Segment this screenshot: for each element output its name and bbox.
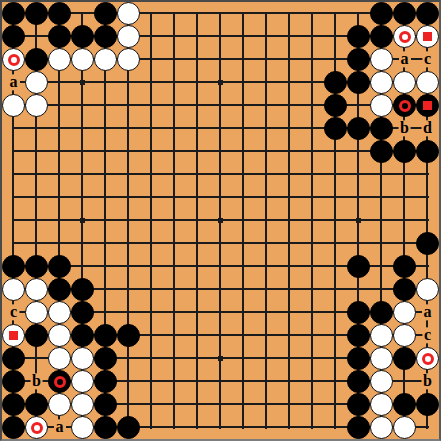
intersection-18-12[interactable]: [393, 255, 416, 278]
intersection-7-13[interactable]: [140, 278, 163, 301]
intersection-11-4[interactable]: [232, 71, 255, 94]
intersection-14-14[interactable]: [301, 301, 324, 324]
intersection-13-12[interactable]: [278, 255, 301, 278]
intersection-8-6[interactable]: [163, 117, 186, 140]
intersection-2-2[interactable]: [25, 25, 48, 48]
intersection-19-17[interactable]: b: [416, 370, 439, 393]
intersection-15-16[interactable]: [324, 347, 347, 370]
intersection-17-8[interactable]: [370, 163, 393, 186]
intersection-1-17[interactable]: [2, 370, 25, 393]
intersection-16-19[interactable]: [347, 416, 370, 439]
intersection-6-10[interactable]: [117, 209, 140, 232]
intersection-16-2[interactable]: [347, 25, 370, 48]
intersection-14-6[interactable]: [301, 117, 324, 140]
intersection-14-2[interactable]: [301, 25, 324, 48]
intersection-7-19[interactable]: [140, 416, 163, 439]
intersection-4-2[interactable]: [71, 25, 94, 48]
intersection-16-9[interactable]: [347, 186, 370, 209]
intersection-11-3[interactable]: [232, 48, 255, 71]
intersection-17-14[interactable]: [370, 301, 393, 324]
intersection-17-6[interactable]: [370, 117, 393, 140]
intersection-16-10[interactable]: [347, 209, 370, 232]
intersection-13-13[interactable]: [278, 278, 301, 301]
intersection-7-14[interactable]: [140, 301, 163, 324]
intersection-8-10[interactable]: [163, 209, 186, 232]
intersection-14-16[interactable]: [301, 347, 324, 370]
intersection-10-16[interactable]: [209, 347, 232, 370]
intersection-17-18[interactable]: [370, 393, 393, 416]
intersection-15-18[interactable]: [324, 393, 347, 416]
intersection-2-6[interactable]: [25, 117, 48, 140]
intersection-7-9[interactable]: [140, 186, 163, 209]
intersection-17-3[interactable]: [370, 48, 393, 71]
intersection-15-15[interactable]: [324, 324, 347, 347]
intersection-5-1[interactable]: [94, 2, 117, 25]
intersection-2-10[interactable]: [25, 209, 48, 232]
intersection-14-12[interactable]: [301, 255, 324, 278]
intersection-16-7[interactable]: [347, 140, 370, 163]
intersection-11-8[interactable]: [232, 163, 255, 186]
intersection-3-10[interactable]: [48, 209, 71, 232]
intersection-18-19[interactable]: [393, 416, 416, 439]
intersection-4-17[interactable]: [71, 370, 94, 393]
intersection-9-14[interactable]: [186, 301, 209, 324]
intersection-2-5[interactable]: [25, 94, 48, 117]
intersection-14-1[interactable]: [301, 2, 324, 25]
intersection-9-3[interactable]: [186, 48, 209, 71]
intersection-16-17[interactable]: [347, 370, 370, 393]
intersection-7-7[interactable]: [140, 140, 163, 163]
intersection-8-13[interactable]: [163, 278, 186, 301]
intersection-14-10[interactable]: [301, 209, 324, 232]
intersection-15-3[interactable]: [324, 48, 347, 71]
intersection-4-8[interactable]: [71, 163, 94, 186]
intersection-9-7[interactable]: [186, 140, 209, 163]
intersection-9-16[interactable]: [186, 347, 209, 370]
intersection-18-3[interactable]: a: [393, 48, 416, 71]
intersection-10-10[interactable]: [209, 209, 232, 232]
intersection-14-8[interactable]: [301, 163, 324, 186]
intersection-12-9[interactable]: [255, 186, 278, 209]
intersection-9-4[interactable]: [186, 71, 209, 94]
intersection-8-3[interactable]: [163, 48, 186, 71]
intersection-16-1[interactable]: [347, 2, 370, 25]
intersection-4-11[interactable]: [71, 232, 94, 255]
intersection-9-1[interactable]: [186, 2, 209, 25]
intersection-16-15[interactable]: [347, 324, 370, 347]
intersection-11-19[interactable]: [232, 416, 255, 439]
intersection-15-2[interactable]: [324, 25, 347, 48]
intersection-9-19[interactable]: [186, 416, 209, 439]
intersection-18-10[interactable]: [393, 209, 416, 232]
intersection-10-18[interactable]: [209, 393, 232, 416]
intersection-12-4[interactable]: [255, 71, 278, 94]
intersection-15-12[interactable]: [324, 255, 347, 278]
intersection-12-1[interactable]: [255, 2, 278, 25]
intersection-1-2[interactable]: [2, 25, 25, 48]
intersection-9-15[interactable]: [186, 324, 209, 347]
intersection-7-10[interactable]: [140, 209, 163, 232]
intersection-12-14[interactable]: [255, 301, 278, 324]
intersection-6-1[interactable]: [117, 2, 140, 25]
intersection-2-11[interactable]: [25, 232, 48, 255]
intersection-3-8[interactable]: [48, 163, 71, 186]
intersection-14-13[interactable]: [301, 278, 324, 301]
intersection-9-11[interactable]: [186, 232, 209, 255]
intersection-12-3[interactable]: [255, 48, 278, 71]
intersection-11-10[interactable]: [232, 209, 255, 232]
intersection-13-18[interactable]: [278, 393, 301, 416]
intersection-18-15[interactable]: [393, 324, 416, 347]
intersection-2-4[interactable]: [25, 71, 48, 94]
intersection-19-16[interactable]: [416, 347, 439, 370]
intersection-3-1[interactable]: [48, 2, 71, 25]
intersection-8-12[interactable]: [163, 255, 186, 278]
intersection-7-18[interactable]: [140, 393, 163, 416]
intersection-14-3[interactable]: [301, 48, 324, 71]
intersection-8-2[interactable]: [163, 25, 186, 48]
intersection-13-2[interactable]: [278, 25, 301, 48]
intersection-6-13[interactable]: [117, 278, 140, 301]
intersection-10-14[interactable]: [209, 301, 232, 324]
intersection-17-1[interactable]: [370, 2, 393, 25]
intersection-4-14[interactable]: [71, 301, 94, 324]
intersection-5-2[interactable]: [94, 25, 117, 48]
intersection-7-17[interactable]: [140, 370, 163, 393]
intersection-11-12[interactable]: [232, 255, 255, 278]
intersection-13-11[interactable]: [278, 232, 301, 255]
intersection-4-7[interactable]: [71, 140, 94, 163]
intersection-11-2[interactable]: [232, 25, 255, 48]
intersection-15-5[interactable]: [324, 94, 347, 117]
intersection-3-2[interactable]: [48, 25, 71, 48]
intersection-8-17[interactable]: [163, 370, 186, 393]
intersection-12-2[interactable]: [255, 25, 278, 48]
intersection-5-12[interactable]: [94, 255, 117, 278]
intersection-12-7[interactable]: [255, 140, 278, 163]
intersection-11-7[interactable]: [232, 140, 255, 163]
intersection-9-13[interactable]: [186, 278, 209, 301]
intersection-3-18[interactable]: [48, 393, 71, 416]
intersection-7-3[interactable]: [140, 48, 163, 71]
intersection-14-19[interactable]: [301, 416, 324, 439]
intersection-18-17[interactable]: [393, 370, 416, 393]
intersection-11-6[interactable]: [232, 117, 255, 140]
intersection-19-15[interactable]: c: [416, 324, 439, 347]
intersection-5-6[interactable]: [94, 117, 117, 140]
intersection-19-7[interactable]: [416, 140, 439, 163]
intersection-15-13[interactable]: [324, 278, 347, 301]
intersection-7-16[interactable]: [140, 347, 163, 370]
intersection-16-11[interactable]: [347, 232, 370, 255]
intersection-19-6[interactable]: d: [416, 117, 439, 140]
intersection-3-12[interactable]: [48, 255, 71, 278]
intersection-8-4[interactable]: [163, 71, 186, 94]
intersection-1-14[interactable]: c: [2, 301, 25, 324]
intersection-15-14[interactable]: [324, 301, 347, 324]
intersection-4-3[interactable]: [71, 48, 94, 71]
intersection-10-1[interactable]: [209, 2, 232, 25]
intersection-14-5[interactable]: [301, 94, 324, 117]
intersection-17-19[interactable]: [370, 416, 393, 439]
intersection-13-7[interactable]: [278, 140, 301, 163]
intersection-10-8[interactable]: [209, 163, 232, 186]
intersection-18-16[interactable]: [393, 347, 416, 370]
intersection-8-14[interactable]: [163, 301, 186, 324]
intersection-1-1[interactable]: [2, 2, 25, 25]
intersection-13-15[interactable]: [278, 324, 301, 347]
intersection-3-5[interactable]: [48, 94, 71, 117]
intersection-3-17[interactable]: [48, 370, 71, 393]
intersection-5-18[interactable]: [94, 393, 117, 416]
intersection-2-14[interactable]: [25, 301, 48, 324]
intersection-1-15[interactable]: [2, 324, 25, 347]
intersection-1-12[interactable]: [2, 255, 25, 278]
intersection-11-16[interactable]: [232, 347, 255, 370]
intersection-2-3[interactable]: [25, 48, 48, 71]
intersection-9-12[interactable]: [186, 255, 209, 278]
intersection-14-7[interactable]: [301, 140, 324, 163]
intersection-4-6[interactable]: [71, 117, 94, 140]
intersection-10-5[interactable]: [209, 94, 232, 117]
intersection-18-9[interactable]: [393, 186, 416, 209]
intersection-13-6[interactable]: [278, 117, 301, 140]
intersection-5-16[interactable]: [94, 347, 117, 370]
intersection-14-9[interactable]: [301, 186, 324, 209]
intersection-17-12[interactable]: [370, 255, 393, 278]
intersection-5-5[interactable]: [94, 94, 117, 117]
intersection-19-5[interactable]: [416, 94, 439, 117]
intersection-12-17[interactable]: [255, 370, 278, 393]
intersection-18-13[interactable]: [393, 278, 416, 301]
intersection-15-1[interactable]: [324, 2, 347, 25]
intersection-4-4[interactable]: [71, 71, 94, 94]
intersection-8-7[interactable]: [163, 140, 186, 163]
intersection-5-14[interactable]: [94, 301, 117, 324]
intersection-1-10[interactable]: [2, 209, 25, 232]
intersection-18-14[interactable]: [393, 301, 416, 324]
intersection-6-3[interactable]: [117, 48, 140, 71]
intersection-12-18[interactable]: [255, 393, 278, 416]
intersection-4-15[interactable]: [71, 324, 94, 347]
intersection-12-15[interactable]: [255, 324, 278, 347]
intersection-5-17[interactable]: [94, 370, 117, 393]
intersection-17-16[interactable]: [370, 347, 393, 370]
intersection-7-4[interactable]: [140, 71, 163, 94]
intersection-6-9[interactable]: [117, 186, 140, 209]
intersection-2-13[interactable]: [25, 278, 48, 301]
intersection-14-18[interactable]: [301, 393, 324, 416]
intersection-8-16[interactable]: [163, 347, 186, 370]
intersection-8-5[interactable]: [163, 94, 186, 117]
intersection-12-6[interactable]: [255, 117, 278, 140]
intersection-2-1[interactable]: [25, 2, 48, 25]
intersection-8-1[interactable]: [163, 2, 186, 25]
intersection-2-16[interactable]: [25, 347, 48, 370]
intersection-10-3[interactable]: [209, 48, 232, 71]
intersection-9-5[interactable]: [186, 94, 209, 117]
intersection-10-6[interactable]: [209, 117, 232, 140]
intersection-6-16[interactable]: [117, 347, 140, 370]
intersection-5-13[interactable]: [94, 278, 117, 301]
intersection-5-3[interactable]: [94, 48, 117, 71]
intersection-13-10[interactable]: [278, 209, 301, 232]
intersection-9-2[interactable]: [186, 25, 209, 48]
intersection-19-1[interactable]: [416, 2, 439, 25]
intersection-18-1[interactable]: [393, 2, 416, 25]
intersection-10-9[interactable]: [209, 186, 232, 209]
intersection-6-14[interactable]: [117, 301, 140, 324]
intersection-16-18[interactable]: [347, 393, 370, 416]
intersection-15-4[interactable]: [324, 71, 347, 94]
intersection-19-18[interactable]: [416, 393, 439, 416]
intersection-10-12[interactable]: [209, 255, 232, 278]
intersection-10-2[interactable]: [209, 25, 232, 48]
intersection-1-8[interactable]: [2, 163, 25, 186]
intersection-2-7[interactable]: [25, 140, 48, 163]
intersection-6-17[interactable]: [117, 370, 140, 393]
intersection-7-11[interactable]: [140, 232, 163, 255]
intersection-15-19[interactable]: [324, 416, 347, 439]
intersection-16-16[interactable]: [347, 347, 370, 370]
intersection-3-4[interactable]: [48, 71, 71, 94]
intersection-15-7[interactable]: [324, 140, 347, 163]
intersection-19-2[interactable]: [416, 25, 439, 48]
intersection-10-7[interactable]: [209, 140, 232, 163]
intersection-19-4[interactable]: [416, 71, 439, 94]
intersection-4-13[interactable]: [71, 278, 94, 301]
intersection-16-5[interactable]: [347, 94, 370, 117]
intersection-15-8[interactable]: [324, 163, 347, 186]
intersection-4-1[interactable]: [71, 2, 94, 25]
intersection-17-10[interactable]: [370, 209, 393, 232]
intersection-6-19[interactable]: [117, 416, 140, 439]
intersection-6-6[interactable]: [117, 117, 140, 140]
intersection-8-11[interactable]: [163, 232, 186, 255]
intersection-14-4[interactable]: [301, 71, 324, 94]
intersection-1-19[interactable]: [2, 416, 25, 439]
intersection-4-12[interactable]: [71, 255, 94, 278]
intersection-13-5[interactable]: [278, 94, 301, 117]
intersection-1-5[interactable]: [2, 94, 25, 117]
intersection-17-5[interactable]: [370, 94, 393, 117]
intersection-5-15[interactable]: [94, 324, 117, 347]
intersection-11-9[interactable]: [232, 186, 255, 209]
intersection-6-11[interactable]: [117, 232, 140, 255]
intersection-12-11[interactable]: [255, 232, 278, 255]
intersection-4-5[interactable]: [71, 94, 94, 117]
intersection-18-6[interactable]: b: [393, 117, 416, 140]
intersection-1-16[interactable]: [2, 347, 25, 370]
intersection-19-11[interactable]: [416, 232, 439, 255]
intersection-6-15[interactable]: [117, 324, 140, 347]
intersection-11-5[interactable]: [232, 94, 255, 117]
intersection-17-7[interactable]: [370, 140, 393, 163]
intersection-15-11[interactable]: [324, 232, 347, 255]
intersection-1-9[interactable]: [2, 186, 25, 209]
intersection-3-9[interactable]: [48, 186, 71, 209]
intersection-11-13[interactable]: [232, 278, 255, 301]
intersection-1-6[interactable]: [2, 117, 25, 140]
intersection-13-8[interactable]: [278, 163, 301, 186]
intersection-12-16[interactable]: [255, 347, 278, 370]
intersection-15-10[interactable]: [324, 209, 347, 232]
intersection-2-19[interactable]: [25, 416, 48, 439]
intersection-12-10[interactable]: [255, 209, 278, 232]
intersection-16-3[interactable]: [347, 48, 370, 71]
intersection-1-18[interactable]: [2, 393, 25, 416]
intersection-11-11[interactable]: [232, 232, 255, 255]
intersection-6-8[interactable]: [117, 163, 140, 186]
intersection-12-5[interactable]: [255, 94, 278, 117]
intersection-7-8[interactable]: [140, 163, 163, 186]
intersection-1-4[interactable]: a: [2, 71, 25, 94]
intersection-2-12[interactable]: [25, 255, 48, 278]
intersection-19-8[interactable]: [416, 163, 439, 186]
intersection-3-6[interactable]: [48, 117, 71, 140]
intersection-3-11[interactable]: [48, 232, 71, 255]
intersection-5-4[interactable]: [94, 71, 117, 94]
intersection-9-6[interactable]: [186, 117, 209, 140]
intersection-6-12[interactable]: [117, 255, 140, 278]
intersection-14-17[interactable]: [301, 370, 324, 393]
intersection-13-14[interactable]: [278, 301, 301, 324]
intersection-9-18[interactable]: [186, 393, 209, 416]
intersection-4-19[interactable]: [71, 416, 94, 439]
intersection-5-7[interactable]: [94, 140, 117, 163]
intersection-12-13[interactable]: [255, 278, 278, 301]
intersection-7-12[interactable]: [140, 255, 163, 278]
intersection-16-14[interactable]: [347, 301, 370, 324]
intersection-8-18[interactable]: [163, 393, 186, 416]
intersection-17-2[interactable]: [370, 25, 393, 48]
intersection-14-11[interactable]: [301, 232, 324, 255]
intersection-19-13[interactable]: [416, 278, 439, 301]
intersection-12-8[interactable]: [255, 163, 278, 186]
intersection-10-15[interactable]: [209, 324, 232, 347]
intersection-18-4[interactable]: [393, 71, 416, 94]
intersection-18-8[interactable]: [393, 163, 416, 186]
intersection-2-9[interactable]: [25, 186, 48, 209]
intersection-10-11[interactable]: [209, 232, 232, 255]
intersection-18-7[interactable]: [393, 140, 416, 163]
intersection-3-3[interactable]: [48, 48, 71, 71]
intersection-18-11[interactable]: [393, 232, 416, 255]
intersection-19-12[interactable]: [416, 255, 439, 278]
intersection-17-11[interactable]: [370, 232, 393, 255]
intersection-13-17[interactable]: [278, 370, 301, 393]
intersection-6-5[interactable]: [117, 94, 140, 117]
intersection-9-10[interactable]: [186, 209, 209, 232]
intersection-10-17[interactable]: [209, 370, 232, 393]
intersection-15-17[interactable]: [324, 370, 347, 393]
intersection-9-9[interactable]: [186, 186, 209, 209]
intersection-5-10[interactable]: [94, 209, 117, 232]
intersection-3-14[interactable]: [48, 301, 71, 324]
intersection-7-5[interactable]: [140, 94, 163, 117]
intersection-16-4[interactable]: [347, 71, 370, 94]
intersection-8-15[interactable]: [163, 324, 186, 347]
intersection-19-9[interactable]: [416, 186, 439, 209]
intersection-10-4[interactable]: [209, 71, 232, 94]
intersection-11-15[interactable]: [232, 324, 255, 347]
intersection-15-6[interactable]: [324, 117, 347, 140]
intersection-2-18[interactable]: [25, 393, 48, 416]
intersection-18-5[interactable]: [393, 94, 416, 117]
intersection-6-2[interactable]: [117, 25, 140, 48]
intersection-13-19[interactable]: [278, 416, 301, 439]
intersection-19-3[interactable]: c: [416, 48, 439, 71]
